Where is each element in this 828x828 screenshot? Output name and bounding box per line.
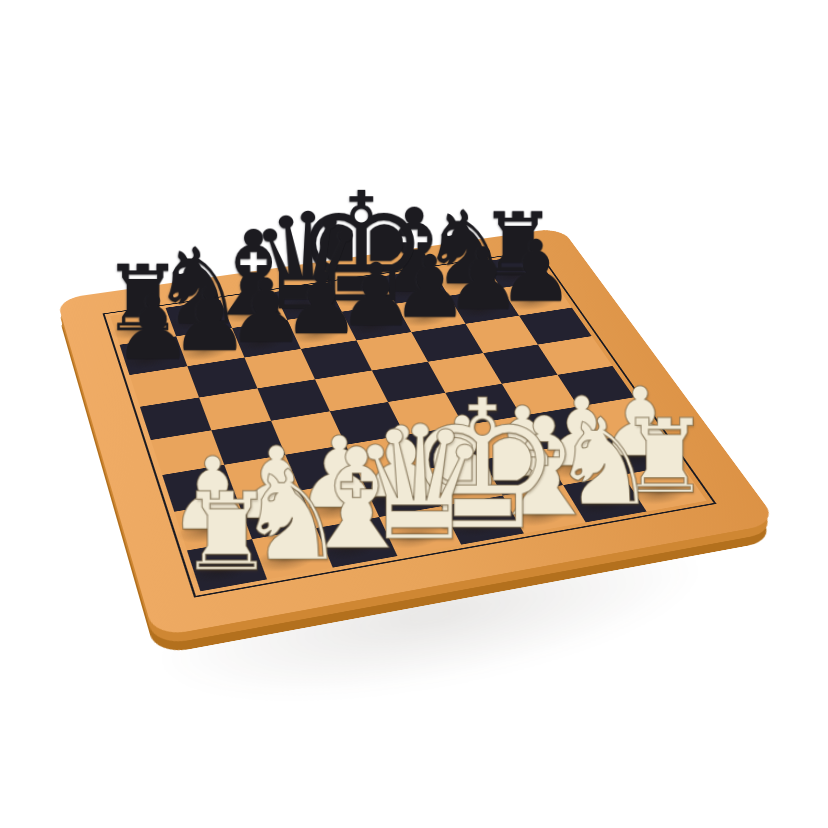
photo-stage: ♜♞♝♛♚♝♞♜♟♟♟♟♟♟♟♟♟♟♟♟♟♟♟♟♜♞♝♛♚♝♞♜: [0, 0, 828, 828]
